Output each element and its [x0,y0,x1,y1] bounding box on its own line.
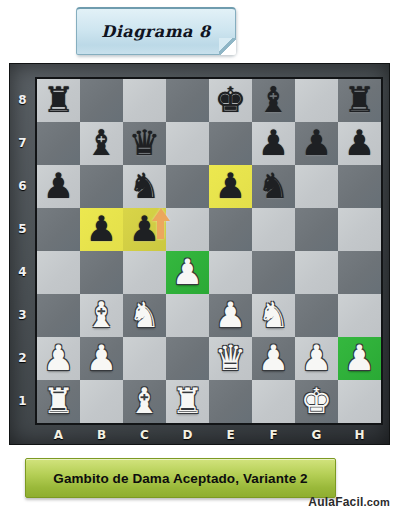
square-f4 [252,251,295,294]
square-a8: ♜ [37,79,80,122]
square-d5 [166,208,209,251]
square-c7: ♛ [123,122,166,165]
black-pawn-c5: ♟ [129,208,160,251]
square-e6: ♟ [209,165,252,208]
watermark-suffix: .com [364,496,390,508]
black-queen-c7: ♛ [129,122,160,165]
black-rook-h8: ♜ [344,79,375,122]
watermark-brand: AulaFacil [308,495,363,509]
black-pawn-h7: ♟ [344,122,375,165]
black-pawn-g7: ♟ [301,122,332,165]
square-a5 [37,208,80,251]
rank-label-6: 6 [10,165,35,208]
square-g3 [295,294,338,337]
square-h6 [338,165,381,208]
black-pawn-a6: ♟ [43,165,74,208]
square-b7: ♝ [80,122,123,165]
caption-text: Gambito de Dama Aceptado, Variante 2 [53,471,307,486]
square-g4 [295,251,338,294]
white-pawn-d4: ♟ [172,251,203,294]
file-label-g: G [295,425,338,446]
square-a1: ♜ [37,380,80,423]
square-c1: ♝ [123,380,166,423]
square-a6: ♟ [37,165,80,208]
square-d8 [166,79,209,122]
white-pawn-h2: ♟ [344,337,375,380]
file-label-d: D [166,425,209,446]
file-label-e: E [209,425,252,446]
square-f6: ♞ [252,165,295,208]
rank-label-7: 7 [10,122,35,165]
square-e3: ♟ [209,294,252,337]
file-label-f: F [252,425,295,446]
square-h8: ♜ [338,79,381,122]
diagram-title: Diagrama 8 [101,22,210,41]
black-bishop-b7: ♝ [86,122,117,165]
site-watermark: AulaFacil.com [308,495,390,509]
square-b8 [80,79,123,122]
rank-label-5: 5 [10,208,35,251]
chess-board-frame: ♜♚♝♜♝♛♟♟♟♟♞♟♞♟♟♟♝♞♟♞♟♟♛♟♟♟♜♝♜♚ 87654321 … [9,63,390,445]
square-f1 [252,380,295,423]
caption-banner: Gambito de Dama Aceptado, Variante 2 [25,458,336,498]
black-rook-a8: ♜ [43,79,74,122]
white-rook-d1: ♜ [172,380,203,423]
file-label-b: B [80,425,123,446]
square-g2: ♟ [295,337,338,380]
square-h5 [338,208,381,251]
rank-label-1: 1 [10,380,35,423]
square-d7 [166,122,209,165]
square-c2 [123,337,166,380]
rank-label-8: 8 [10,79,35,122]
square-d1: ♜ [166,380,209,423]
square-e2: ♛ [209,337,252,380]
square-b3: ♝ [80,294,123,337]
square-f3: ♞ [252,294,295,337]
white-pawn-e3: ♟ [215,294,246,337]
square-h7: ♟ [338,122,381,165]
square-h4 [338,251,381,294]
black-bishop-f8: ♝ [258,79,289,122]
white-knight-c3: ♞ [129,294,160,337]
square-g8 [295,79,338,122]
square-f8: ♝ [252,79,295,122]
square-e8: ♚ [209,79,252,122]
square-c4 [123,251,166,294]
white-pawn-a2: ♟ [43,337,74,380]
page-fold-decoration [219,38,236,55]
black-knight-c6: ♞ [129,165,160,208]
square-a2: ♟ [37,337,80,380]
rank-label-2: 2 [10,337,35,380]
white-knight-f3: ♞ [258,294,289,337]
file-label-h: H [338,425,381,446]
rank-label-3: 3 [10,294,35,337]
square-h1 [338,380,381,423]
square-c5: ♟ [123,208,166,251]
square-f7: ♟ [252,122,295,165]
square-h2: ♟ [338,337,381,380]
square-b4 [80,251,123,294]
square-b1 [80,380,123,423]
square-e5 [209,208,252,251]
square-d2 [166,337,209,380]
file-label-a: A [37,425,80,446]
square-g7: ♟ [295,122,338,165]
file-label-c: C [123,425,166,446]
square-a7 [37,122,80,165]
rank-label-4: 4 [10,251,35,294]
square-f5 [252,208,295,251]
square-h3 [338,294,381,337]
square-e1 [209,380,252,423]
square-b6 [80,165,123,208]
board-squares: ♜♚♝♜♝♛♟♟♟♟♞♟♞♟♟♟♝♞♟♞♟♟♛♟♟♟♜♝♜♚ [35,77,383,425]
square-d3 [166,294,209,337]
black-pawn-f7: ♟ [258,122,289,165]
square-c8 [123,79,166,122]
square-g6 [295,165,338,208]
white-pawn-g2: ♟ [301,337,332,380]
white-pawn-b2: ♟ [86,337,117,380]
black-pawn-e6: ♟ [215,165,246,208]
square-d4: ♟ [166,251,209,294]
square-g1: ♚ [295,380,338,423]
diagram-title-tab: Diagrama 8 [76,7,236,55]
black-pawn-b5: ♟ [86,208,117,251]
square-c3: ♞ [123,294,166,337]
white-pawn-f2: ♟ [258,337,289,380]
white-bishop-b3: ♝ [86,294,117,337]
white-rook-a1: ♜ [43,380,74,423]
square-b5: ♟ [80,208,123,251]
square-b2: ♟ [80,337,123,380]
square-f2: ♟ [252,337,295,380]
black-king-e8: ♚ [215,79,246,122]
square-a4 [37,251,80,294]
white-queen-e2: ♛ [215,337,246,380]
black-knight-f6: ♞ [258,165,289,208]
square-a3 [37,294,80,337]
square-e7 [209,122,252,165]
white-king-g1: ♚ [301,380,332,423]
square-g5 [295,208,338,251]
white-bishop-c1: ♝ [129,380,160,423]
square-d6 [166,165,209,208]
square-e4 [209,251,252,294]
square-c6: ♞ [123,165,166,208]
